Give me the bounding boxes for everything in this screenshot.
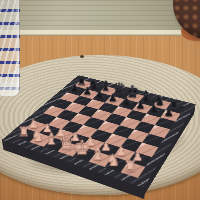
photo-scene: ♜♞♝♛♚♝♞♜♟♟♟♟♟♟♟♟♟♟♟♟♟♟♟♟♜♞♝♛♚♝♞♜ bbox=[0, 0, 200, 200]
piece-white-rook-h1[interactable]: ♜ bbox=[120, 158, 141, 173]
chess-board: ♜♞♝♛♚♝♞♜♟♟♟♟♟♟♟♟♟♟♟♟♟♟♟♟♜♞♝♛♚♝♞♜ bbox=[33, 47, 177, 191]
weathered-shelf-band bbox=[0, 0, 200, 31]
glass-base bbox=[0, 82, 19, 96]
piece-black-pawn-h7[interactable]: ♟ bbox=[160, 107, 178, 118]
blue-striped-glass bbox=[0, 0, 20, 96]
